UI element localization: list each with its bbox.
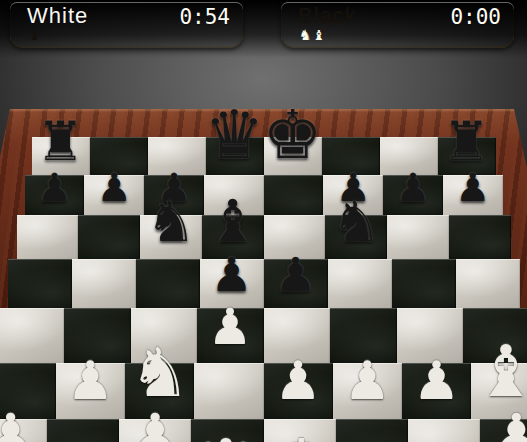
piece-black-rook-h8[interactable]: ♜ (442, 115, 490, 169)
square-a7[interactable]: ♟ (25, 175, 85, 215)
square-b3[interactable]: ♟ (56, 363, 125, 419)
piece-black-rook-a8[interactable]: ♜ (36, 115, 84, 169)
clock-black: 0:00 (450, 5, 501, 29)
rank-6: ♞♝♞ (17, 215, 511, 259)
square-b6[interactable] (78, 215, 140, 259)
piece-white-pawn-g3[interactable]: ♟ (413, 354, 461, 407)
square-b7[interactable]: ♟ (84, 175, 144, 215)
piece-black-knight-c6[interactable]: ♞ (146, 194, 196, 250)
player-card-black: Black 0:00 ♞♝ (281, 2, 514, 48)
square-h6[interactable] (449, 215, 511, 259)
piece-white-king-e1[interactable]: ♚ (253, 426, 350, 442)
piece-white-pawn-b3[interactable]: ♟ (67, 354, 115, 407)
square-c6[interactable]: ♞ (140, 215, 202, 259)
square-a4[interactable] (0, 308, 64, 363)
piece-black-pawn-d5[interactable]: ♟ (210, 251, 252, 298)
piece-black-pawn-a7[interactable]: ♟ (37, 168, 72, 207)
captured-white-bishop-icon: ♝ (313, 28, 326, 44)
rank-7: ♟♟♟♟♟♟ (25, 175, 503, 215)
piece-black-pawn-h7[interactable]: ♟ (455, 168, 490, 207)
piece-black-bishop-d6[interactable]: ♝ (207, 192, 259, 250)
square-a5[interactable] (8, 259, 72, 308)
square-a2[interactable]: ♟ (0, 419, 47, 442)
piece-white-knight-c3[interactable]: ♞ (129, 339, 190, 407)
player-name-white: White (27, 3, 88, 29)
piece-black-pawn-b7[interactable]: ♟ (97, 168, 132, 207)
piece-white-pawn-a2[interactable]: ♟ (0, 406, 37, 442)
square-e3[interactable]: ♟ (264, 363, 333, 419)
rank-3: ♟♞♟♟♟♝ (0, 363, 527, 419)
square-g6[interactable] (387, 215, 449, 259)
clock-white: 0:54 (179, 5, 230, 29)
board-scene: ♜♛♚♜♟♟♟♟♟♟♞♝♞♟♟♟♟♞♟♟♟♝♟♟♟♛♚ (0, 0, 527, 442)
player-name-black: Black (298, 3, 357, 29)
chess-board[interactable]: ♜♛♚♜♟♟♟♟♟♟♞♝♞♟♟♟♟♞♟♟♟♝♟♟♟♛♚ (0, 137, 527, 442)
captured-black-bishop-icon: ♝ (28, 28, 41, 44)
square-f5[interactable] (328, 259, 392, 308)
square-h5[interactable] (456, 259, 520, 308)
square-h7[interactable]: ♟ (443, 175, 503, 215)
captured-tray-black: ♞♝ (299, 28, 325, 44)
piece-white-pawn-d4[interactable]: ♟ (208, 302, 253, 352)
piece-white-pawn-e3[interactable]: ♟ (274, 354, 322, 407)
square-c5[interactable] (136, 259, 200, 308)
captured-tray-white: ♝ (28, 28, 41, 44)
square-d4[interactable]: ♟ (197, 308, 264, 363)
piece-black-queen-d8[interactable]: ♛ (204, 102, 264, 169)
square-e5[interactable]: ♟ (264, 259, 328, 308)
piece-black-knight-f6[interactable]: ♞ (331, 194, 381, 250)
square-f3[interactable]: ♟ (333, 363, 402, 419)
square-g3[interactable]: ♟ (402, 363, 471, 419)
square-b2[interactable] (47, 419, 119, 442)
square-g2[interactable] (408, 419, 480, 442)
piece-black-pawn-e5[interactable]: ♟ (274, 251, 316, 298)
square-e7[interactable] (264, 175, 324, 215)
captured-white-knight-icon: ♞ (299, 28, 312, 44)
piece-black-pawn-g7[interactable]: ♟ (395, 168, 430, 207)
square-e8[interactable]: ♚ (264, 137, 322, 175)
piece-white-pawn-h2[interactable]: ♟ (490, 406, 527, 442)
piece-black-king-e8[interactable]: ♚ (262, 102, 322, 169)
square-d3[interactable] (194, 363, 263, 419)
piece-white-pawn-c2[interactable]: ♟ (129, 406, 181, 442)
square-h2[interactable]: ♟ (480, 419, 527, 442)
square-d8[interactable]: ♛ (206, 137, 264, 175)
square-g5[interactable] (392, 259, 456, 308)
piece-white-pawn-f3[interactable]: ♟ (344, 354, 392, 407)
square-a6[interactable] (17, 215, 79, 259)
rank-5: ♟♟ (8, 259, 520, 308)
piece-white-bishop-h3[interactable]: ♝ (474, 336, 527, 407)
square-g7[interactable]: ♟ (383, 175, 443, 215)
player-card-white: White 0:54 ♝ (10, 2, 243, 48)
square-f6[interactable]: ♞ (325, 215, 387, 259)
square-b5[interactable] (72, 259, 136, 308)
